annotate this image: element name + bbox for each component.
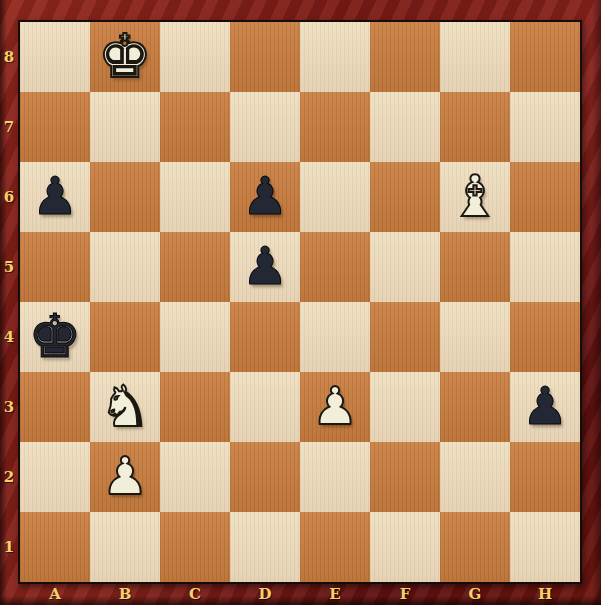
square-g5[interactable] xyxy=(440,232,510,302)
square-f6[interactable] xyxy=(370,162,440,232)
rank-label-2: 2 xyxy=(0,442,18,512)
white-knight-b3[interactable]: ♞ xyxy=(90,372,160,442)
square-g1[interactable] xyxy=(440,512,510,582)
white-bishop-g6[interactable]: ♝ xyxy=(440,162,510,232)
square-f2[interactable] xyxy=(370,442,440,512)
square-a6[interactable]: ♟ xyxy=(20,162,90,232)
rank-label-1: 1 xyxy=(0,512,18,582)
square-c6[interactable] xyxy=(160,162,230,232)
rank-label-4: 4 xyxy=(0,302,18,372)
black-pawn-d6[interactable]: ♟ xyxy=(230,162,300,232)
file-label-g: G xyxy=(440,584,510,605)
square-e5[interactable] xyxy=(300,232,370,302)
square-f7[interactable] xyxy=(370,92,440,162)
square-d6[interactable]: ♟ xyxy=(230,162,300,232)
square-f4[interactable] xyxy=(370,302,440,372)
black-pawn-h3[interactable]: ♟ xyxy=(510,372,580,442)
square-e8[interactable] xyxy=(300,22,370,92)
square-a4[interactable]: ♚ xyxy=(20,302,90,372)
rank-label-3: 3 xyxy=(0,372,18,442)
rank-labels: 87654321 xyxy=(0,20,18,584)
square-h8[interactable] xyxy=(510,22,580,92)
square-e4[interactable] xyxy=(300,302,370,372)
square-a5[interactable] xyxy=(20,232,90,302)
board-frame: ♚♟♟♝♟♚♞♟♟♟ 87654321 ABCDEFGH xyxy=(0,0,601,605)
file-label-c: C xyxy=(160,584,230,605)
square-a8[interactable] xyxy=(20,22,90,92)
square-g7[interactable] xyxy=(440,92,510,162)
square-e6[interactable] xyxy=(300,162,370,232)
square-c8[interactable] xyxy=(160,22,230,92)
rank-label-8: 8 xyxy=(0,22,18,92)
square-b5[interactable] xyxy=(90,232,160,302)
rank-label-6: 6 xyxy=(0,162,18,232)
square-g4[interactable] xyxy=(440,302,510,372)
file-label-d: D xyxy=(230,584,300,605)
square-b1[interactable] xyxy=(90,512,160,582)
file-label-h: H xyxy=(510,584,580,605)
square-g8[interactable] xyxy=(440,22,510,92)
square-e2[interactable] xyxy=(300,442,370,512)
square-d2[interactable] xyxy=(230,442,300,512)
square-d8[interactable] xyxy=(230,22,300,92)
square-d4[interactable] xyxy=(230,302,300,372)
square-d1[interactable] xyxy=(230,512,300,582)
square-f3[interactable] xyxy=(370,372,440,442)
square-h3[interactable]: ♟ xyxy=(510,372,580,442)
square-d5[interactable]: ♟ xyxy=(230,232,300,302)
file-label-a: A xyxy=(20,584,90,605)
square-a7[interactable] xyxy=(20,92,90,162)
file-label-b: B xyxy=(90,584,160,605)
white-king-b8[interactable]: ♚ xyxy=(90,22,160,92)
square-b4[interactable] xyxy=(90,302,160,372)
square-c5[interactable] xyxy=(160,232,230,302)
square-f8[interactable] xyxy=(370,22,440,92)
white-pawn-e3[interactable]: ♟ xyxy=(300,372,370,442)
square-e1[interactable] xyxy=(300,512,370,582)
square-f1[interactable] xyxy=(370,512,440,582)
square-f5[interactable] xyxy=(370,232,440,302)
file-label-f: F xyxy=(370,584,440,605)
square-a1[interactable] xyxy=(20,512,90,582)
square-h6[interactable] xyxy=(510,162,580,232)
square-c4[interactable] xyxy=(160,302,230,372)
square-e7[interactable] xyxy=(300,92,370,162)
square-c2[interactable] xyxy=(160,442,230,512)
square-h7[interactable] xyxy=(510,92,580,162)
rank-label-5: 5 xyxy=(0,232,18,302)
square-h4[interactable] xyxy=(510,302,580,372)
square-c7[interactable] xyxy=(160,92,230,162)
square-b7[interactable] xyxy=(90,92,160,162)
square-b6[interactable] xyxy=(90,162,160,232)
square-d3[interactable] xyxy=(230,372,300,442)
square-b8[interactable]: ♚ xyxy=(90,22,160,92)
black-king-a4[interactable]: ♚ xyxy=(20,302,90,372)
square-h5[interactable] xyxy=(510,232,580,302)
square-e3[interactable]: ♟ xyxy=(300,372,370,442)
square-h1[interactable] xyxy=(510,512,580,582)
black-pawn-a6[interactable]: ♟ xyxy=(20,162,90,232)
white-pawn-b2[interactable]: ♟ xyxy=(90,442,160,512)
square-g3[interactable] xyxy=(440,372,510,442)
chess-board: ♚♟♟♝♟♚♞♟♟♟ xyxy=(18,20,582,584)
black-pawn-d5[interactable]: ♟ xyxy=(230,232,300,302)
rank-label-7: 7 xyxy=(0,92,18,162)
square-b3[interactable]: ♞ xyxy=(90,372,160,442)
square-b2[interactable]: ♟ xyxy=(90,442,160,512)
square-h2[interactable] xyxy=(510,442,580,512)
file-labels: ABCDEFGH xyxy=(20,584,580,605)
square-g6[interactable]: ♝ xyxy=(440,162,510,232)
square-a2[interactable] xyxy=(20,442,90,512)
square-c1[interactable] xyxy=(160,512,230,582)
file-label-e: E xyxy=(300,584,370,605)
square-c3[interactable] xyxy=(160,372,230,442)
square-a3[interactable] xyxy=(20,372,90,442)
square-d7[interactable] xyxy=(230,92,300,162)
square-g2[interactable] xyxy=(440,442,510,512)
